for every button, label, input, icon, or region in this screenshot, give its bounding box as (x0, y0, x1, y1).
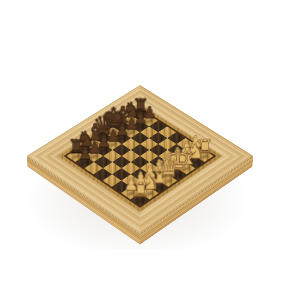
square-c5 (112, 156, 130, 168)
chess-set-photo: ♜♞♝♛♚♝♞♜♟♟♟♟♟♟♟♟♟♟♟♟♟♟♟♟♜♞♝♛♚♝♞♜ (0, 0, 300, 300)
piece-white-rook-a1: ♜ (126, 180, 155, 200)
piece-black-pawn-a7: ♟ (71, 146, 99, 162)
square-a1: ♜ (131, 193, 150, 206)
square-e5 (131, 144, 149, 156)
